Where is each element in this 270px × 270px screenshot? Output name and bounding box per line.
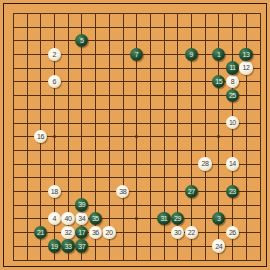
move-number: 8	[231, 78, 235, 85]
move-number: 9	[190, 51, 194, 58]
stone-black-39: 39	[75, 198, 88, 211]
move-number: 36	[92, 229, 99, 236]
move-number: 26	[229, 229, 236, 236]
move-number: 11	[229, 64, 235, 71]
move-number: 17	[78, 229, 85, 236]
stone-white-12: 12	[239, 61, 252, 74]
move-number: 15	[215, 78, 222, 85]
move-number: 7	[135, 51, 139, 58]
move-number: 13	[243, 51, 250, 58]
stone-black-13: 13	[239, 48, 252, 61]
move-number: 19	[51, 243, 58, 250]
move-number: 34	[78, 215, 85, 222]
move-number: 6	[53, 78, 57, 85]
move-number: 20	[106, 229, 113, 236]
stone-black-9: 9	[185, 48, 198, 61]
stone-white-14: 14	[226, 157, 239, 170]
move-number: 21	[37, 229, 44, 236]
move-number: 22	[188, 229, 195, 236]
move-number: 14	[229, 160, 236, 167]
move-number: 25	[229, 92, 236, 99]
move-number: 2	[53, 51, 57, 58]
stone-white-18: 18	[48, 185, 61, 198]
stone-white-26: 26	[226, 226, 239, 239]
go-board: 1234567891011121314151617181920212223242…	[0, 0, 270, 270]
move-number: 28	[201, 160, 208, 167]
move-number: 40	[64, 215, 71, 222]
move-number: 38	[119, 188, 126, 195]
move-number: 39	[78, 201, 85, 208]
stone-white-24: 24	[212, 239, 225, 252]
move-number: 12	[243, 64, 250, 71]
move-number: 30	[174, 229, 181, 236]
move-number: 23	[229, 188, 236, 195]
stone-white-40: 40	[61, 212, 74, 225]
move-number: 16	[37, 133, 44, 140]
move-number: 32	[64, 229, 71, 236]
star-point	[53, 135, 56, 138]
stone-black-31: 31	[157, 212, 170, 225]
move-number: 18	[51, 188, 58, 195]
stone-black-27: 27	[185, 185, 198, 198]
stone-black-25: 25	[226, 89, 239, 102]
move-number: 31	[160, 215, 167, 222]
stone-black-19: 19	[48, 239, 61, 252]
stone-white-22: 22	[185, 226, 198, 239]
move-number: 29	[174, 215, 181, 222]
move-number: 33	[64, 243, 71, 250]
move-number: 37	[78, 243, 85, 250]
move-number: 3	[217, 215, 221, 222]
move-number: 27	[188, 188, 195, 195]
move-number: 24	[215, 243, 222, 250]
stone-black-37: 37	[75, 239, 88, 252]
stone-white-20: 20	[102, 226, 115, 239]
stone-black-7: 7	[130, 48, 143, 61]
move-number: 1	[217, 51, 221, 58]
stone-black-23: 23	[226, 185, 239, 198]
move-number: 5	[80, 37, 84, 44]
move-number: 4	[53, 215, 57, 222]
stone-white-28: 28	[198, 157, 211, 170]
stone-black-11: 11	[226, 61, 239, 74]
stone-white-36: 36	[89, 226, 102, 239]
stone-white-32: 32	[61, 226, 74, 239]
move-number: 10	[229, 119, 236, 126]
star-point	[135, 135, 138, 138]
move-number: 35	[92, 215, 99, 222]
stone-black-33: 33	[61, 239, 74, 252]
stone-white-2: 2	[48, 48, 61, 61]
